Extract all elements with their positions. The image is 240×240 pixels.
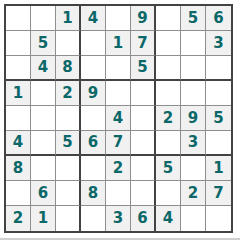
cell-r6c9[interactable] [206,131,231,156]
cell-r5c2[interactable] [31,106,56,131]
cell-r4c3[interactable]: 2 [56,81,81,106]
cell-r7c5[interactable]: 2 [106,156,131,181]
cell-r6c5[interactable]: 7 [106,131,131,156]
cell-r1c4[interactable]: 4 [81,6,106,31]
cell-r2c7[interactable] [156,31,181,56]
cell-r1c3[interactable]: 1 [56,6,81,31]
cell-r2c9[interactable]: 3 [206,31,231,56]
sudoku-board: 1495651734851294295456738251682721364 [4,4,233,233]
cell-r9c9[interactable] [206,206,231,231]
cell-r3c4[interactable] [81,56,106,81]
cell-r2c1[interactable] [6,31,31,56]
cell-r5c8[interactable]: 9 [181,106,206,131]
cell-r6c1[interactable]: 4 [6,131,31,156]
cell-r1c7[interactable] [156,6,181,31]
cell-r7c8[interactable] [181,156,206,181]
cell-r8c1[interactable] [6,181,31,206]
cell-r1c9[interactable]: 6 [206,6,231,31]
cell-r2c8[interactable] [181,31,206,56]
cell-r3c1[interactable] [6,56,31,81]
cell-r6c6[interactable] [131,131,156,156]
cell-r9c1[interactable]: 2 [6,206,31,231]
cell-r7c2[interactable] [31,156,56,181]
cell-r9c3[interactable] [56,206,81,231]
cell-r5c5[interactable]: 4 [106,106,131,131]
cell-r2c2[interactable]: 5 [31,31,56,56]
cell-r6c4[interactable]: 6 [81,131,106,156]
cell-r5c9[interactable]: 5 [206,106,231,131]
cell-r9c6[interactable]: 6 [131,206,156,231]
cell-r7c3[interactable] [56,156,81,181]
cell-r3c3[interactable]: 8 [56,56,81,81]
cell-r4c8[interactable] [181,81,206,106]
cell-r1c6[interactable]: 9 [131,6,156,31]
cell-r8c9[interactable]: 7 [206,181,231,206]
cell-r4c9[interactable] [206,81,231,106]
cell-r8c8[interactable]: 2 [181,181,206,206]
cell-r6c2[interactable] [31,131,56,156]
cell-r8c2[interactable]: 6 [31,181,56,206]
cell-r6c8[interactable]: 3 [181,131,206,156]
cell-r1c1[interactable] [6,6,31,31]
cell-r5c1[interactable] [6,106,31,131]
cell-r2c4[interactable] [81,31,106,56]
cell-r8c3[interactable] [56,181,81,206]
cell-r2c5[interactable]: 1 [106,31,131,56]
cell-r4c5[interactable] [106,81,131,106]
cell-r1c2[interactable] [31,6,56,31]
cell-r9c2[interactable]: 1 [31,206,56,231]
cell-r3c8[interactable] [181,56,206,81]
cell-r1c8[interactable]: 5 [181,6,206,31]
cell-r2c6[interactable]: 7 [131,31,156,56]
cell-r9c8[interactable] [181,206,206,231]
cell-r5c4[interactable] [81,106,106,131]
cell-r9c4[interactable] [81,206,106,231]
sudoku-page: 1495651734851294295456738251682721364 [0,0,240,240]
cell-r2c3[interactable] [56,31,81,56]
cell-r7c6[interactable] [131,156,156,181]
cell-r3c2[interactable]: 4 [31,56,56,81]
cell-r7c4[interactable] [81,156,106,181]
cell-r4c6[interactable] [131,81,156,106]
cell-r6c3[interactable]: 5 [56,131,81,156]
cell-r3c6[interactable]: 5 [131,56,156,81]
cell-r5c6[interactable] [131,106,156,131]
cell-r4c4[interactable]: 9 [81,81,106,106]
cell-r7c7[interactable]: 5 [156,156,181,181]
cell-r3c5[interactable] [106,56,131,81]
cell-r3c7[interactable] [156,56,181,81]
cell-r8c7[interactable] [156,181,181,206]
cell-r3c9[interactable] [206,56,231,81]
cell-r9c5[interactable]: 3 [106,206,131,231]
cell-r8c4[interactable]: 8 [81,181,106,206]
cell-r8c5[interactable] [106,181,131,206]
cell-r7c1[interactable]: 8 [6,156,31,181]
cell-r6c7[interactable] [156,131,181,156]
cell-r8c6[interactable] [131,181,156,206]
cell-r5c7[interactable]: 2 [156,106,181,131]
cell-r4c7[interactable] [156,81,181,106]
cell-r9c7[interactable]: 4 [156,206,181,231]
cell-r1c5[interactable] [106,6,131,31]
cell-r5c3[interactable] [56,106,81,131]
cell-r4c2[interactable] [31,81,56,106]
cell-r7c9[interactable]: 1 [206,156,231,181]
cell-r4c1[interactable]: 1 [6,81,31,106]
